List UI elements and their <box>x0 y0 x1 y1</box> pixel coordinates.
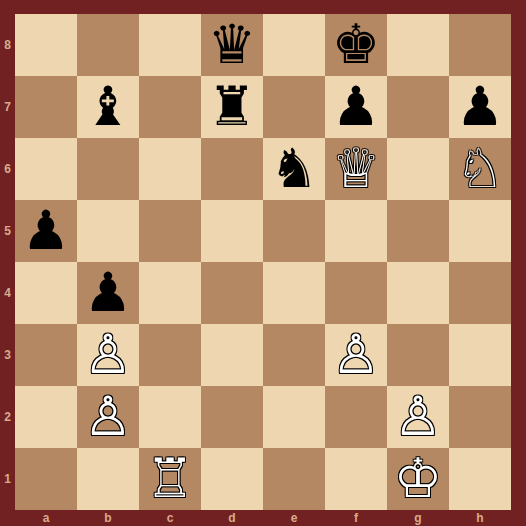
square-b2[interactable]: ♙ <box>77 386 139 448</box>
rank-label-6: 6 <box>0 138 15 200</box>
file-label-a: a <box>15 510 77 526</box>
square-h8[interactable] <box>449 14 511 76</box>
square-h2[interactable] <box>449 386 511 448</box>
square-f7[interactable]: ♟ <box>325 76 387 138</box>
square-c1[interactable]: ♖ <box>139 448 201 510</box>
square-a5[interactable]: ♟ <box>15 200 77 262</box>
square-f8[interactable]: ♚ <box>325 14 387 76</box>
rank-label-4: 4 <box>0 262 15 324</box>
square-e1[interactable] <box>263 448 325 510</box>
square-c4[interactable] <box>139 262 201 324</box>
square-d4[interactable] <box>201 262 263 324</box>
black-pawn-a5[interactable]: ♟ <box>22 200 70 262</box>
white-pawn-f3[interactable]: ♙ <box>332 324 380 386</box>
square-f6[interactable]: ♕ <box>325 138 387 200</box>
square-e3[interactable] <box>263 324 325 386</box>
square-d1[interactable] <box>201 448 263 510</box>
square-h6[interactable]: ♘ <box>449 138 511 200</box>
square-g2[interactable]: ♙ <box>387 386 449 448</box>
black-rook-d7[interactable]: ♜ <box>208 76 256 138</box>
square-e4[interactable] <box>263 262 325 324</box>
rank-label-8: 8 <box>0 14 15 76</box>
rank-label-5: 5 <box>0 200 15 262</box>
rank-label-1: 1 <box>0 448 15 510</box>
rank-labels: 87654321 <box>0 14 15 510</box>
square-c3[interactable] <box>139 324 201 386</box>
file-label-e: e <box>263 510 325 526</box>
square-d5[interactable] <box>201 200 263 262</box>
square-f4[interactable] <box>325 262 387 324</box>
square-c5[interactable] <box>139 200 201 262</box>
square-a8[interactable] <box>15 14 77 76</box>
white-king-g1[interactable]: ♔ <box>394 448 442 510</box>
square-e2[interactable] <box>263 386 325 448</box>
square-b4[interactable]: ♟ <box>77 262 139 324</box>
square-b8[interactable] <box>77 14 139 76</box>
square-h3[interactable] <box>449 324 511 386</box>
file-labels: abcdefgh <box>15 510 511 526</box>
square-f3[interactable]: ♙ <box>325 324 387 386</box>
square-b5[interactable] <box>77 200 139 262</box>
square-h5[interactable] <box>449 200 511 262</box>
square-d8[interactable]: ♛ <box>201 14 263 76</box>
rank-label-2: 2 <box>0 386 15 448</box>
square-b3[interactable]: ♙ <box>77 324 139 386</box>
square-h1[interactable] <box>449 448 511 510</box>
white-pawn-g2[interactable]: ♙ <box>394 386 442 448</box>
square-a6[interactable] <box>15 138 77 200</box>
square-a1[interactable] <box>15 448 77 510</box>
square-c8[interactable] <box>139 14 201 76</box>
white-pawn-b2[interactable]: ♙ <box>84 386 132 448</box>
square-d6[interactable] <box>201 138 263 200</box>
file-label-b: b <box>77 510 139 526</box>
black-pawn-f7[interactable]: ♟ <box>332 76 380 138</box>
square-c6[interactable] <box>139 138 201 200</box>
file-label-g: g <box>387 510 449 526</box>
square-d3[interactable] <box>201 324 263 386</box>
square-a7[interactable] <box>15 76 77 138</box>
black-bishop-b7[interactable]: ♝ <box>84 76 132 138</box>
white-pawn-b3[interactable]: ♙ <box>84 324 132 386</box>
square-g5[interactable] <box>387 200 449 262</box>
square-g1[interactable]: ♔ <box>387 448 449 510</box>
file-label-c: c <box>139 510 201 526</box>
square-f5[interactable] <box>325 200 387 262</box>
black-king-f8[interactable]: ♚ <box>332 14 380 76</box>
chess-board: ♛♚♝♜♟♟♞♕♘♟♟♙♙♙♙♖♔ <box>15 14 511 510</box>
file-label-d: d <box>201 510 263 526</box>
square-e6[interactable]: ♞ <box>263 138 325 200</box>
chess-board-frame: ♛♚♝♜♟♟♞♕♘♟♟♙♙♙♙♖♔ 87654321 abcdefgh <box>0 0 526 526</box>
square-e8[interactable] <box>263 14 325 76</box>
square-e7[interactable] <box>263 76 325 138</box>
white-queen-f6[interactable]: ♕ <box>332 138 380 200</box>
black-queen-d8[interactable]: ♛ <box>208 14 256 76</box>
square-c7[interactable] <box>139 76 201 138</box>
black-pawn-h7[interactable]: ♟ <box>456 76 504 138</box>
square-b6[interactable] <box>77 138 139 200</box>
square-b7[interactable]: ♝ <box>77 76 139 138</box>
square-a4[interactable] <box>15 262 77 324</box>
file-label-h: h <box>449 510 511 526</box>
square-d7[interactable]: ♜ <box>201 76 263 138</box>
square-e5[interactable] <box>263 200 325 262</box>
square-g7[interactable] <box>387 76 449 138</box>
black-pawn-b4[interactable]: ♟ <box>84 262 132 324</box>
square-g3[interactable] <box>387 324 449 386</box>
rank-label-3: 3 <box>0 324 15 386</box>
square-d2[interactable] <box>201 386 263 448</box>
square-g8[interactable] <box>387 14 449 76</box>
square-c2[interactable] <box>139 386 201 448</box>
white-knight-h6[interactable]: ♘ <box>456 138 504 200</box>
square-h4[interactable] <box>449 262 511 324</box>
black-knight-e6[interactable]: ♞ <box>270 138 318 200</box>
square-f2[interactable] <box>325 386 387 448</box>
square-f1[interactable] <box>325 448 387 510</box>
rank-label-7: 7 <box>0 76 15 138</box>
square-g6[interactable] <box>387 138 449 200</box>
square-a3[interactable] <box>15 324 77 386</box>
square-h7[interactable]: ♟ <box>449 76 511 138</box>
square-g4[interactable] <box>387 262 449 324</box>
square-a2[interactable] <box>15 386 77 448</box>
file-label-f: f <box>325 510 387 526</box>
white-rook-c1[interactable]: ♖ <box>146 448 194 510</box>
square-b1[interactable] <box>77 448 139 510</box>
